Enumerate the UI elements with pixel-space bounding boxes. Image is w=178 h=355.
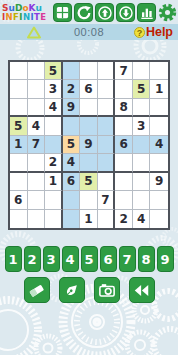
cell-r7c8[interactable]	[133, 173, 151, 191]
cell-r6c9[interactable]	[150, 154, 168, 172]
cell-r9c2[interactable]	[28, 210, 46, 228]
numpad-5[interactable]: 5	[81, 246, 98, 272]
cell-r2c2[interactable]	[28, 80, 46, 98]
undo-rewind-icon	[132, 281, 151, 300]
numpad-6[interactable]: 6	[100, 246, 117, 272]
cell-r1c6[interactable]	[98, 62, 116, 80]
cell-r4c9[interactable]	[150, 117, 168, 135]
cell-r7c2[interactable]	[28, 173, 46, 191]
cell-r2c9[interactable]: 1	[150, 80, 168, 98]
cell-r6c8[interactable]	[133, 154, 151, 172]
numpad-3[interactable]: 3	[43, 246, 60, 272]
eraser-icon	[27, 281, 46, 300]
cell-r3c4[interactable]: 9	[63, 99, 81, 117]
cell-r9c1[interactable]	[10, 210, 28, 228]
cell-r8c9[interactable]	[150, 191, 168, 209]
cell-r3c8[interactable]	[133, 99, 151, 117]
cell-r8c7[interactable]	[115, 191, 133, 209]
cell-r5c4[interactable]: 5	[63, 136, 81, 154]
sudoku-grid: 573265149854317596424165967124	[8, 60, 170, 230]
cell-r7c4[interactable]: 6	[63, 173, 81, 191]
cell-r9c6[interactable]	[98, 210, 116, 228]
cell-r9c7[interactable]: 2	[115, 210, 133, 228]
cell-r8c3[interactable]	[45, 191, 63, 209]
cell-r2c3[interactable]: 3	[45, 80, 63, 98]
cell-r5c2[interactable]: 7	[28, 136, 46, 154]
logo-line2: INFINITE	[2, 13, 52, 22]
cell-r2c5[interactable]: 6	[80, 80, 98, 98]
cell-r1c5[interactable]	[80, 62, 98, 80]
cell-r1c2[interactable]	[28, 62, 46, 80]
cell-r9c8[interactable]: 4	[133, 210, 151, 228]
cell-r5c9[interactable]: 4	[150, 136, 168, 154]
cell-r1c8[interactable]	[133, 62, 151, 80]
new-puzzle-icon	[55, 5, 70, 20]
upload-button[interactable]	[95, 3, 114, 22]
pen-button[interactable]	[59, 277, 85, 303]
cell-r6c4[interactable]: 4	[63, 154, 81, 172]
cell-r7c9[interactable]: 9	[150, 173, 168, 191]
numpad-2[interactable]: 2	[24, 246, 41, 272]
cell-r4c1[interactable]: 5	[10, 117, 28, 135]
sudoku-app: SuDoKu INFINITE	[0, 0, 178, 355]
toolbar	[53, 3, 177, 22]
restart-button[interactable]	[74, 3, 93, 22]
stats-icon	[139, 5, 155, 21]
settings-button[interactable]	[158, 3, 177, 22]
new-puzzle-button[interactable]	[53, 3, 72, 22]
cell-r1c7[interactable]: 7	[115, 62, 133, 80]
cell-r5c7[interactable]: 6	[115, 136, 133, 154]
cell-r4c7[interactable]	[115, 117, 133, 135]
logo-letter: N	[6, 12, 14, 22]
help-question-icon: ?	[134, 27, 145, 38]
cell-r9c5[interactable]: 1	[80, 210, 98, 228]
cell-r8c8[interactable]	[133, 191, 151, 209]
header: SuDoKu INFINITE	[0, 0, 178, 24]
cell-r7c7[interactable]	[115, 173, 133, 191]
cell-r4c4[interactable]	[63, 117, 81, 135]
cell-r8c2[interactable]	[28, 191, 46, 209]
cell-r8c1[interactable]: 6	[10, 191, 28, 209]
help-label: Help	[146, 25, 173, 39]
number-pad: 123456789	[0, 246, 178, 272]
cell-r2c8[interactable]: 5	[133, 80, 151, 98]
cell-r6c2[interactable]	[28, 154, 46, 172]
tool-bar	[0, 277, 178, 303]
numpad-8[interactable]: 8	[138, 246, 155, 272]
help-button[interactable]: ? Help	[134, 25, 173, 39]
cell-r8c5[interactable]	[80, 191, 98, 209]
cell-r5c8[interactable]	[133, 136, 151, 154]
cell-r1c1[interactable]	[10, 62, 28, 80]
status-bar: 00:08 ? Help	[0, 24, 178, 40]
numpad-1[interactable]: 1	[5, 246, 22, 272]
download-button[interactable]	[116, 3, 135, 22]
cell-r6c7[interactable]	[115, 154, 133, 172]
cell-r3c1[interactable]	[10, 99, 28, 117]
cell-r8c4[interactable]	[63, 191, 81, 209]
download-icon	[118, 5, 134, 21]
camera-icon	[97, 281, 117, 300]
numpad-9[interactable]: 9	[157, 246, 174, 272]
cell-r9c9[interactable]	[150, 210, 168, 228]
cell-r3c3[interactable]: 4	[45, 99, 63, 117]
cell-r6c3[interactable]: 2	[45, 154, 63, 172]
cell-r5c1[interactable]: 1	[10, 136, 28, 154]
cell-r5c5[interactable]: 9	[80, 136, 98, 154]
cell-r8c6[interactable]: 7	[98, 191, 116, 209]
numpad-4[interactable]: 4	[62, 246, 79, 272]
cell-r2c4[interactable]: 2	[63, 80, 81, 98]
stats-button[interactable]	[137, 3, 156, 22]
cell-r6c6[interactable]	[98, 154, 116, 172]
cell-r1c3[interactable]: 5	[45, 62, 63, 80]
undo-button[interactable]	[129, 277, 155, 303]
cell-r7c1[interactable]	[10, 173, 28, 191]
camera-button[interactable]	[94, 277, 120, 303]
cell-r1c9[interactable]	[150, 62, 168, 80]
cell-r3c9[interactable]	[150, 99, 168, 117]
cell-r9c4[interactable]	[63, 210, 81, 228]
cell-r3c6[interactable]	[98, 99, 116, 117]
cell-r4c5[interactable]	[80, 117, 98, 135]
cell-r4c3[interactable]	[45, 117, 63, 135]
cell-r9c3[interactable]	[45, 210, 63, 228]
cell-r2c6[interactable]	[98, 80, 116, 98]
pen-icon	[62, 281, 81, 300]
app-logo: SuDoKu INFINITE	[2, 4, 52, 22]
cell-r4c2[interactable]: 4	[28, 117, 46, 135]
cell-r3c2[interactable]	[28, 99, 46, 117]
cell-r1c4[interactable]	[63, 62, 81, 80]
cell-r6c5[interactable]	[80, 154, 98, 172]
restart-icon	[76, 5, 92, 21]
cell-r7c3[interactable]: 1	[45, 173, 63, 191]
cell-r5c6[interactable]	[98, 136, 116, 154]
settings-gear-icon	[158, 2, 177, 23]
numpad-7[interactable]: 7	[119, 246, 136, 272]
eraser-button[interactable]	[24, 277, 50, 303]
cell-r7c6[interactable]	[98, 173, 116, 191]
cell-r7c5[interactable]: 5	[80, 173, 98, 191]
cell-r4c8[interactable]: 3	[133, 117, 151, 135]
cell-r5c3[interactable]	[45, 136, 63, 154]
cell-r3c7[interactable]: 8	[115, 99, 133, 117]
cell-r2c7[interactable]	[115, 80, 133, 98]
cell-r6c1[interactable]	[10, 154, 28, 172]
cell-r3c5[interactable]	[80, 99, 98, 117]
upload-icon	[97, 5, 113, 21]
cell-r4c6[interactable]	[98, 117, 116, 135]
cell-r2c1[interactable]	[10, 80, 28, 98]
logo-letter: E	[40, 12, 46, 22]
